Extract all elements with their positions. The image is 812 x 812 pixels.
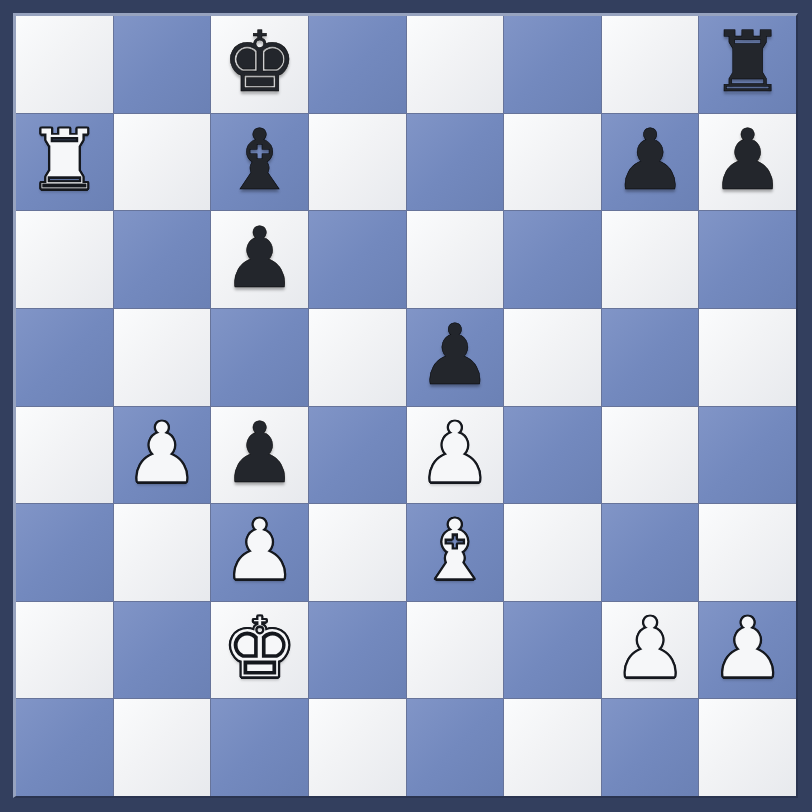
square-g7[interactable]: ♟ <box>602 114 699 211</box>
black-pawn-icon[interactable]: ♟ <box>222 411 297 495</box>
square-g2[interactable]: ♟ <box>602 602 699 699</box>
square-c8[interactable]: ♚ <box>211 16 308 113</box>
square-g1[interactable] <box>602 699 699 796</box>
square-e7[interactable] <box>407 114 504 211</box>
square-b3[interactable] <box>114 504 211 601</box>
square-h1[interactable] <box>699 699 796 796</box>
white-pawn-icon[interactable]: ♟ <box>124 411 199 495</box>
black-pawn-icon[interactable]: ♟ <box>612 118 687 202</box>
square-a7[interactable]: ♜ <box>16 114 113 211</box>
square-f2[interactable] <box>504 602 601 699</box>
square-f7[interactable] <box>504 114 601 211</box>
square-c1[interactable] <box>211 699 308 796</box>
square-d3[interactable] <box>309 504 406 601</box>
square-b5[interactable] <box>114 309 211 406</box>
square-a1[interactable] <box>16 699 113 796</box>
square-d4[interactable] <box>309 407 406 504</box>
square-d2[interactable] <box>309 602 406 699</box>
square-h7[interactable]: ♟ <box>699 114 796 211</box>
square-g8[interactable] <box>602 16 699 113</box>
white-pawn-icon[interactable]: ♟ <box>710 606 785 690</box>
white-pawn-icon[interactable]: ♟ <box>222 508 297 592</box>
board-frame: ♚♜♜♝♟♟♟♟♟♟♟♟♝♚♟♟ <box>0 0 812 812</box>
square-c4[interactable]: ♟ <box>211 407 308 504</box>
black-pawn-icon[interactable]: ♟ <box>710 118 785 202</box>
square-f6[interactable] <box>504 211 601 308</box>
square-d6[interactable] <box>309 211 406 308</box>
square-d1[interactable] <box>309 699 406 796</box>
square-d5[interactable] <box>309 309 406 406</box>
square-a2[interactable] <box>16 602 113 699</box>
square-c2[interactable]: ♚ <box>211 602 308 699</box>
square-h2[interactable]: ♟ <box>699 602 796 699</box>
square-b2[interactable] <box>114 602 211 699</box>
black-pawn-icon[interactable]: ♟ <box>222 216 297 300</box>
square-c7[interactable]: ♝ <box>211 114 308 211</box>
square-a6[interactable] <box>16 211 113 308</box>
square-f1[interactable] <box>504 699 601 796</box>
square-f8[interactable] <box>504 16 601 113</box>
black-pawn-icon[interactable]: ♟ <box>417 313 492 397</box>
square-d7[interactable] <box>309 114 406 211</box>
chess-board: ♚♜♜♝♟♟♟♟♟♟♟♟♝♚♟♟ <box>13 13 798 798</box>
square-e5[interactable]: ♟ <box>407 309 504 406</box>
square-d8[interactable] <box>309 16 406 113</box>
square-a5[interactable] <box>16 309 113 406</box>
square-b4[interactable]: ♟ <box>114 407 211 504</box>
black-bishop-icon[interactable]: ♝ <box>222 118 297 202</box>
square-e6[interactable] <box>407 211 504 308</box>
square-c6[interactable]: ♟ <box>211 211 308 308</box>
square-b6[interactable] <box>114 211 211 308</box>
square-h6[interactable] <box>699 211 796 308</box>
square-h3[interactable] <box>699 504 796 601</box>
square-e1[interactable] <box>407 699 504 796</box>
black-king-icon[interactable]: ♚ <box>222 20 297 104</box>
square-h8[interactable]: ♜ <box>699 16 796 113</box>
white-king-icon[interactable]: ♚ <box>222 606 297 690</box>
square-c5[interactable] <box>211 309 308 406</box>
square-e2[interactable] <box>407 602 504 699</box>
square-e3[interactable]: ♝ <box>407 504 504 601</box>
square-f4[interactable] <box>504 407 601 504</box>
square-e8[interactable] <box>407 16 504 113</box>
black-rook-icon[interactable]: ♜ <box>710 20 785 104</box>
square-h5[interactable] <box>699 309 796 406</box>
square-a3[interactable] <box>16 504 113 601</box>
square-b7[interactable] <box>114 114 211 211</box>
square-f5[interactable] <box>504 309 601 406</box>
white-pawn-icon[interactable]: ♟ <box>417 411 492 495</box>
white-bishop-icon[interactable]: ♝ <box>417 508 492 592</box>
square-a4[interactable] <box>16 407 113 504</box>
square-f3[interactable] <box>504 504 601 601</box>
white-rook-icon[interactable]: ♜ <box>27 118 102 202</box>
square-b1[interactable] <box>114 699 211 796</box>
square-g3[interactable] <box>602 504 699 601</box>
square-g6[interactable] <box>602 211 699 308</box>
square-b8[interactable] <box>114 16 211 113</box>
square-g4[interactable] <box>602 407 699 504</box>
square-h4[interactable] <box>699 407 796 504</box>
square-e4[interactable]: ♟ <box>407 407 504 504</box>
white-pawn-icon[interactable]: ♟ <box>612 606 687 690</box>
square-c3[interactable]: ♟ <box>211 504 308 601</box>
square-a8[interactable] <box>16 16 113 113</box>
square-g5[interactable] <box>602 309 699 406</box>
